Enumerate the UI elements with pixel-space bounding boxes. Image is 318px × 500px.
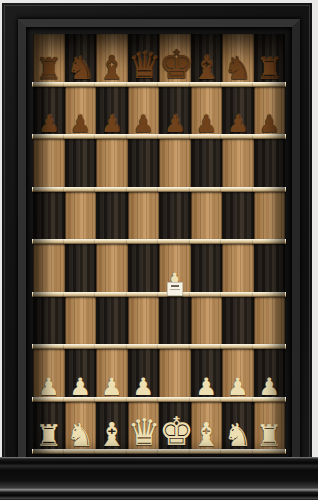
square-b6[interactable] — [65, 139, 97, 192]
square-h5[interactable] — [254, 192, 286, 245]
square-f7[interactable]: ♟ — [191, 87, 223, 140]
piece-white-pawn-g2[interactable]: ♟ — [222, 375, 254, 399]
square-b2[interactable]: ♟ — [65, 349, 97, 402]
square-f5[interactable] — [191, 192, 223, 245]
square-d2[interactable]: ♟ — [128, 349, 160, 402]
square-e3[interactable] — [159, 297, 191, 350]
chess-board: ♜♞♝♛♚♝♞♜♟♟♟♟♟♟♟♟♟♟♟♟♟♟♟♟♜♞♝♛♚♝♞♜ — [33, 34, 285, 454]
square-c4[interactable] — [96, 244, 128, 297]
square-g4[interactable] — [222, 244, 254, 297]
square-f4[interactable] — [191, 244, 223, 297]
piece-black-bishop-c8[interactable]: ♝ — [96, 51, 128, 84]
piece-white-bishop-c1[interactable]: ♝ — [96, 418, 128, 451]
piece-black-pawn-e7[interactable]: ♟ — [159, 112, 191, 136]
piece-white-bishop-f1[interactable]: ♝ — [191, 418, 223, 451]
photo-scene: ♜♞♝♛♚♝♞♜♟♟♟♟♟♟♟♟♟♟♟♟♟♟♟♟♜♞♝♛♚♝♞♜ — [0, 0, 318, 500]
square-b3[interactable] — [65, 297, 97, 350]
square-b7[interactable]: ♟ — [65, 87, 97, 140]
square-f1[interactable]: ♝ — [191, 402, 223, 455]
square-d6[interactable] — [128, 139, 160, 192]
piece-black-rook-h8[interactable]: ♜ — [254, 54, 286, 84]
square-a4[interactable] — [33, 244, 65, 297]
piece-white-pawn-c2[interactable]: ♟ — [96, 375, 128, 399]
square-d4[interactable] — [128, 244, 160, 297]
piece-black-pawn-a7[interactable]: ♟ — [33, 112, 65, 136]
square-e8[interactable]: ♚ — [159, 34, 191, 87]
frame-bottom-sill — [0, 457, 318, 500]
square-c3[interactable] — [96, 297, 128, 350]
square-c2[interactable]: ♟ — [96, 349, 128, 402]
square-e6[interactable] — [159, 139, 191, 192]
square-h1[interactable]: ♜ — [254, 402, 286, 455]
piece-black-pawn-d7[interactable]: ♟ — [128, 112, 160, 136]
square-d7[interactable]: ♟ — [128, 87, 160, 140]
square-d5[interactable] — [128, 192, 160, 245]
square-g5[interactable] — [222, 192, 254, 245]
piece-black-pawn-g7[interactable]: ♟ — [222, 112, 254, 136]
square-d1[interactable]: ♛ — [128, 402, 160, 455]
piece-white-pawn-b2[interactable]: ♟ — [65, 375, 97, 399]
square-e2[interactable] — [159, 349, 191, 402]
piece-white-knight-b1[interactable]: ♞ — [65, 419, 97, 451]
square-a2[interactable]: ♟ — [33, 349, 65, 402]
square-a1[interactable]: ♜ — [33, 402, 65, 455]
square-h2[interactable]: ♟ — [254, 349, 286, 402]
square-c5[interactable] — [96, 192, 128, 245]
square-e7[interactable]: ♟ — [159, 87, 191, 140]
square-d3[interactable] — [128, 297, 160, 350]
square-h4[interactable] — [254, 244, 286, 297]
square-f2[interactable]: ♟ — [191, 349, 223, 402]
piece-black-queen-d8[interactable]: ♛ — [128, 47, 160, 84]
square-g3[interactable] — [222, 297, 254, 350]
square-h7[interactable]: ♟ — [254, 87, 286, 140]
square-f3[interactable] — [191, 297, 223, 350]
square-a5[interactable] — [33, 192, 65, 245]
square-e5[interactable] — [159, 192, 191, 245]
square-g7[interactable]: ♟ — [222, 87, 254, 140]
square-a3[interactable] — [33, 297, 65, 350]
piece-black-pawn-b7[interactable]: ♟ — [65, 112, 97, 136]
e4-tag-card — [167, 282, 183, 296]
square-h6[interactable] — [254, 139, 286, 192]
square-b1[interactable]: ♞ — [65, 402, 97, 455]
piece-black-pawn-c7[interactable]: ♟ — [96, 112, 128, 136]
square-f6[interactable] — [191, 139, 223, 192]
square-f8[interactable]: ♝ — [191, 34, 223, 87]
piece-black-pawn-f7[interactable]: ♟ — [191, 112, 223, 136]
piece-black-pawn-h7[interactable]: ♟ — [254, 112, 286, 136]
square-a8[interactable]: ♜ — [33, 34, 65, 87]
piece-white-rook-h1[interactable]: ♜ — [254, 421, 286, 451]
square-g8[interactable]: ♞ — [222, 34, 254, 87]
square-a6[interactable] — [33, 139, 65, 192]
piece-white-pawn-f2[interactable]: ♟ — [191, 375, 223, 399]
square-h8[interactable]: ♜ — [254, 34, 286, 87]
piece-white-pawn-h2[interactable]: ♟ — [254, 375, 286, 399]
piece-white-knight-g1[interactable]: ♞ — [222, 419, 254, 451]
square-c8[interactable]: ♝ — [96, 34, 128, 87]
piece-black-rook-a8[interactable]: ♜ — [33, 54, 65, 84]
square-c7[interactable]: ♟ — [96, 87, 128, 140]
square-h3[interactable] — [254, 297, 286, 350]
square-c6[interactable] — [96, 139, 128, 192]
piece-white-king-e1[interactable]: ♚ — [159, 412, 191, 451]
square-b8[interactable]: ♞ — [65, 34, 97, 87]
square-g6[interactable] — [222, 139, 254, 192]
square-b4[interactable] — [65, 244, 97, 297]
piece-black-knight-b8[interactable]: ♞ — [65, 52, 97, 84]
piece-white-queen-d1[interactable]: ♛ — [128, 414, 160, 451]
piece-white-pawn-a2[interactable]: ♟ — [33, 375, 65, 399]
square-d8[interactable]: ♛ — [128, 34, 160, 87]
piece-black-bishop-f8[interactable]: ♝ — [191, 51, 223, 84]
square-c1[interactable]: ♝ — [96, 402, 128, 455]
square-a7[interactable]: ♟ — [33, 87, 65, 140]
square-e1[interactable]: ♚ — [159, 402, 191, 455]
square-g1[interactable]: ♞ — [222, 402, 254, 455]
square-g2[interactable]: ♟ — [222, 349, 254, 402]
piece-black-knight-g8[interactable]: ♞ — [222, 52, 254, 84]
piece-white-pawn-d2[interactable]: ♟ — [128, 375, 160, 399]
square-b5[interactable] — [65, 192, 97, 245]
piece-white-rook-a1[interactable]: ♜ — [33, 421, 65, 451]
square-e4[interactable]: ♟ — [159, 244, 191, 297]
piece-black-king-e8[interactable]: ♚ — [159, 45, 191, 84]
